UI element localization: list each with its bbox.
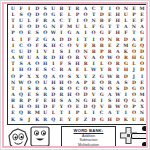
grid-cell-r19c1: K <box>9 117 17 123</box>
grid-cell-r19c2: S <box>17 117 25 123</box>
division-dot-bottom <box>142 142 147 147</box>
grid-cell-r19c14: D <box>114 117 122 123</box>
blob-character-icon <box>8 128 29 148</box>
word-bank-box: WORD BANK: AdditionSubtractionMultiplica… <box>61 126 116 148</box>
grid-cell-r19c13: H <box>106 117 114 123</box>
grid-cell-r19c15: K <box>122 117 130 123</box>
grid-cell-r19c5: R <box>41 117 49 123</box>
square-character-icon <box>30 126 50 148</box>
grid-cell-r19c9: F <box>73 117 81 123</box>
grid-cell-r19c10: Z <box>82 117 90 123</box>
grid-cell-r19c7: E <box>57 117 65 123</box>
grid-cell-r19c8: Y <box>65 117 73 123</box>
grid-cell-r19c4: K <box>33 117 41 123</box>
grid-cell-r19c6: Q <box>49 117 57 123</box>
page-frame: UFIDSUBTRACTIONEMLSQDOGELPOTDEHUPETULFRA… <box>0 0 150 150</box>
grid-cell-r19c17: H <box>138 117 146 123</box>
word-bank-list: AdditionSubtractionMultiplicationFractio… <box>62 134 115 148</box>
grid-cell-r19c16: U <box>130 117 138 123</box>
word-search-board: UFIDSUBTRACTIONEMLSQDOGELPOTDEHUPETULFRA… <box>7 4 148 125</box>
division-dot-top <box>142 126 147 131</box>
grid-cell-r19c3: J <box>25 117 33 123</box>
page-pink-border: UFIDSUBTRACTIONEMLSQDOGELPOTDEHUPETULFRA… <box>2 2 148 148</box>
division-symbol-icon <box>131 125 148 148</box>
domino-icon <box>116 147 130 148</box>
word-bank-word: Fraction <box>62 147 115 148</box>
bottom-strip: © Family Coloring Pages WORD BANK: Addit… <box>7 125 143 143</box>
division-bar <box>131 133 148 139</box>
letter-grid: UFIDSUBTRACTIONEMLSQDOGELPOTDEHUPETULFRA… <box>9 6 146 123</box>
word-bank-word: Multiplication <box>62 143 115 147</box>
grid-cell-r19c12: G <box>98 117 106 123</box>
word-bank-header: WORD BANK: <box>62 128 115 133</box>
grid-cell-r19c11: D <box>90 117 98 123</box>
